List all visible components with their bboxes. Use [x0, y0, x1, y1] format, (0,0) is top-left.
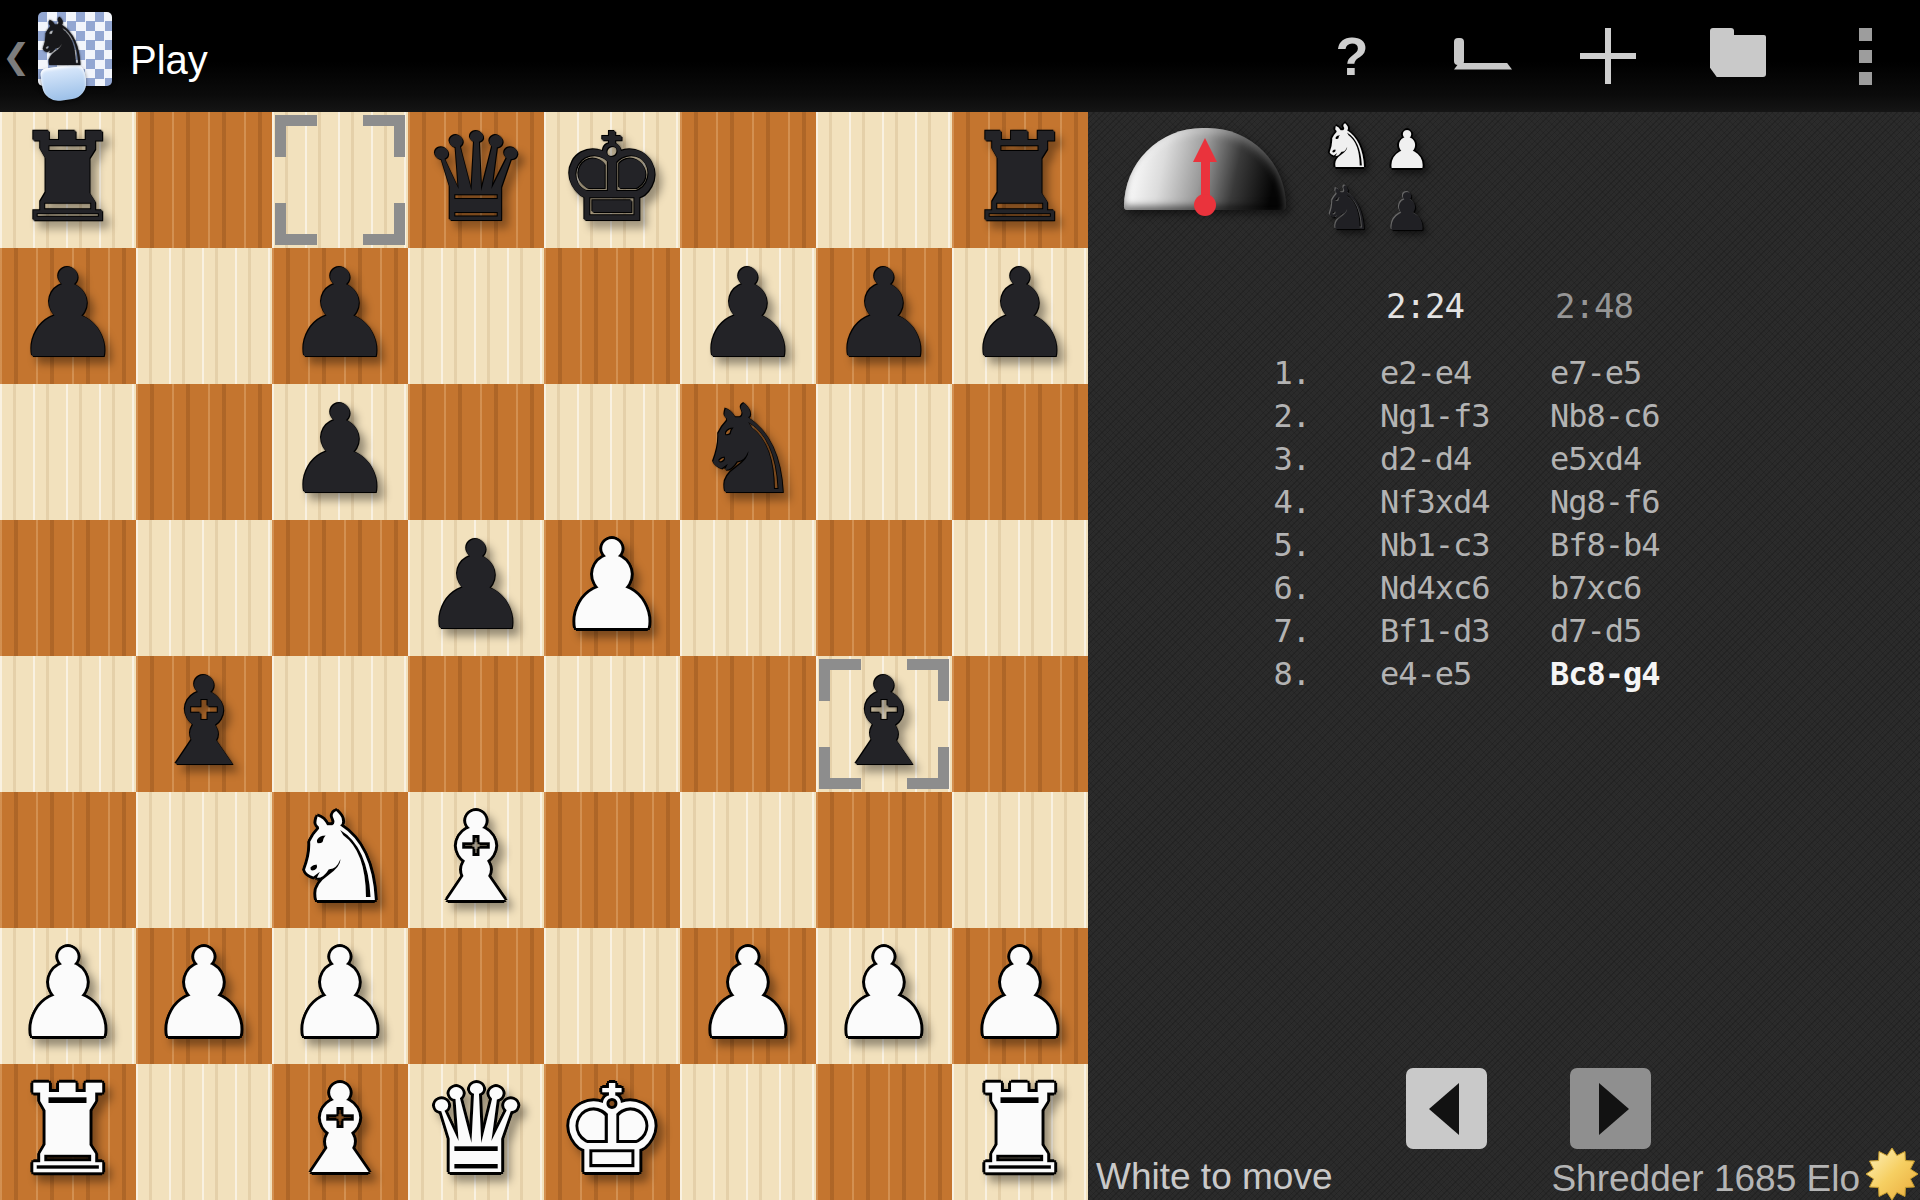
square-f2[interactable]: ♟ [680, 928, 816, 1064]
plus-icon [1580, 28, 1636, 84]
engine-strength-icon [1866, 1148, 1918, 1200]
square-a7[interactable]: ♟ [0, 248, 136, 384]
black-move: d7-d5 [1550, 610, 1641, 653]
move-row: 6.Nd4xc6b7xc6 [1088, 567, 1848, 610]
black-move: Bf8-b4 [1550, 524, 1660, 567]
square-f3[interactable] [680, 792, 816, 928]
move-number: 1. [1088, 352, 1310, 395]
piece-black-bishop: ♝ [136, 656, 272, 792]
square-g3[interactable] [816, 792, 952, 928]
help-icon: ? [1336, 25, 1369, 87]
move-row: 8.e4-e5Bc8-g4 [1088, 653, 1848, 696]
piece-black-pawn: ♟ [408, 520, 544, 656]
square-h1[interactable]: ♜ [952, 1064, 1088, 1200]
square-c3[interactable]: ♞ [272, 792, 408, 928]
square-e8[interactable]: ♚ [544, 112, 680, 248]
square-g1[interactable] [816, 1064, 952, 1200]
square-a2[interactable]: ♟ [0, 928, 136, 1064]
piece-white-queen: ♛ [408, 1064, 544, 1200]
square-f8[interactable] [680, 112, 816, 248]
square-h3[interactable] [952, 792, 1088, 928]
square-g7[interactable]: ♟ [816, 248, 952, 384]
piece-black-pawn: ♟ [272, 248, 408, 384]
piece-white-bishop: ♝ [408, 792, 544, 928]
square-f1[interactable] [680, 1064, 816, 1200]
selection-marker-c8 [275, 115, 405, 245]
move-number: 2. [1088, 395, 1310, 438]
selection-marker-g4 [819, 659, 949, 789]
page-title: Play [130, 38, 208, 83]
square-c5[interactable] [272, 520, 408, 656]
black-move: Nb8-c6 [1550, 395, 1660, 438]
move-number: 4. [1088, 481, 1310, 524]
white-move: Nd4xc6 [1380, 567, 1490, 610]
folder-icon [1710, 35, 1766, 77]
piece-white-pawn: ♟ [680, 928, 816, 1064]
square-g2[interactable]: ♟ [816, 928, 952, 1064]
black-move: e7-e5 [1550, 352, 1641, 395]
board-icon [1454, 43, 1502, 70]
square-h7[interactable]: ♟ [952, 248, 1088, 384]
square-a3[interactable] [0, 792, 136, 928]
square-f4[interactable] [680, 656, 816, 792]
load-game-button[interactable] [1683, 0, 1793, 112]
square-d4[interactable] [408, 656, 544, 792]
white-move: Nf3xd4 [1380, 481, 1490, 524]
square-h8[interactable]: ♜ [952, 112, 1088, 248]
white-move: d2-d4 [1380, 438, 1471, 481]
move-number: 7. [1088, 610, 1310, 653]
piece-black-knight: ♞ [680, 384, 816, 520]
captured-black-knight: ♞ [1320, 178, 1374, 238]
square-c7[interactable]: ♟ [272, 248, 408, 384]
square-e5[interactable]: ♟ [544, 520, 680, 656]
square-d7[interactable] [408, 248, 544, 384]
square-b6[interactable] [136, 384, 272, 520]
app-screen: ❮ ♞ Play ? ♜♛♚♜♟♟♟♟♟♟♞♟♟♝♝♞♝♟♟♟♟♟♟♜♝♛♚♜ [0, 0, 1920, 1200]
square-c4[interactable] [272, 656, 408, 792]
board-button[interactable] [1423, 0, 1533, 112]
square-b5[interactable] [136, 520, 272, 656]
square-e2[interactable] [544, 928, 680, 1064]
piece-white-pawn: ♟ [544, 520, 680, 656]
piece-black-rook: ♜ [0, 112, 136, 248]
move-row: 5.Nb1-c3Bf8-b4 [1088, 524, 1848, 567]
captured-black-pawn: ♟ [1384, 186, 1431, 238]
piece-white-pawn: ♟ [0, 928, 136, 1064]
square-e4[interactable] [544, 656, 680, 792]
white-move: Ng1-f3 [1380, 395, 1490, 438]
square-d2[interactable] [408, 928, 544, 1064]
square-d6[interactable] [408, 384, 544, 520]
square-c8[interactable] [272, 112, 408, 248]
engine-label: Shredder 1685 Elo [1551, 1158, 1860, 1200]
piece-black-pawn: ♟ [680, 248, 816, 384]
overflow-icon [1859, 28, 1872, 85]
new-game-button[interactable] [1553, 0, 1663, 112]
square-b7[interactable] [136, 248, 272, 384]
square-b8[interactable] [136, 112, 272, 248]
piece-black-pawn: ♟ [0, 248, 136, 384]
right-arrow-icon [1599, 1083, 1629, 1135]
square-d5[interactable]: ♟ [408, 520, 544, 656]
square-g5[interactable] [816, 520, 952, 656]
move-row: 2.Ng1-f3Nb8-c6 [1088, 395, 1848, 438]
piece-black-pawn: ♟ [816, 248, 952, 384]
square-g4[interactable]: ♝ [816, 656, 952, 792]
help-button[interactable]: ? [1297, 0, 1407, 112]
piece-black-queen: ♛ [408, 112, 544, 248]
chess-board: ♜♛♚♜♟♟♟♟♟♟♞♟♟♝♝♞♝♟♟♟♟♟♟♜♝♛♚♜ [0, 112, 1088, 1200]
app-icon[interactable]: ♞ [34, 8, 116, 102]
square-h6[interactable] [952, 384, 1088, 520]
move-row: 4.Nf3xd4Ng8-f6 [1088, 481, 1848, 524]
left-arrow-icon [1429, 1083, 1459, 1135]
black-move: b7xc6 [1550, 567, 1641, 610]
piece-white-pawn: ♟ [136, 928, 272, 1064]
status-text: White to move [1096, 1156, 1332, 1198]
square-f5[interactable] [680, 520, 816, 656]
square-c1[interactable]: ♝ [272, 1064, 408, 1200]
square-g6[interactable] [816, 384, 952, 520]
white-move: Bf1-d3 [1380, 610, 1490, 653]
square-c6[interactable]: ♟ [272, 384, 408, 520]
captured-row: ♞♟ [1320, 114, 1430, 176]
move-number: 5. [1088, 524, 1310, 567]
square-f6[interactable]: ♞ [680, 384, 816, 520]
previous-move-button[interactable] [1406, 1068, 1487, 1149]
back-icon[interactable]: ❮ [2, 34, 31, 78]
square-e3[interactable] [544, 792, 680, 928]
square-h5[interactable] [952, 520, 1088, 656]
square-g8[interactable] [816, 112, 952, 248]
square-e6[interactable] [544, 384, 680, 520]
black-clock: 2:48 [1514, 286, 1674, 326]
move-number: 3. [1088, 438, 1310, 481]
square-h4[interactable] [952, 656, 1088, 792]
evaluation-needle-icon [1192, 132, 1218, 216]
square-a4[interactable] [0, 656, 136, 792]
square-a8[interactable]: ♜ [0, 112, 136, 248]
square-a5[interactable] [0, 520, 136, 656]
square-a6[interactable] [0, 384, 136, 520]
piece-white-rook: ♜ [0, 1064, 136, 1200]
square-e7[interactable] [544, 248, 680, 384]
evaluation-gauge [1124, 128, 1286, 210]
white-move: Nb1-c3 [1380, 524, 1490, 567]
action-bar: ❮ ♞ Play ? [0, 0, 1920, 112]
black-move: e5xd4 [1550, 438, 1641, 481]
side-panel: ♞♟♞♟ 2:24 2:48 1.e2-e4e7-e52.Ng1-f3Nb8-c… [1088, 112, 1920, 1200]
square-b3[interactable] [136, 792, 272, 928]
piece-white-bishop: ♝ [272, 1064, 408, 1200]
square-d3[interactable]: ♝ [408, 792, 544, 928]
square-e1[interactable]: ♚ [544, 1064, 680, 1200]
piece-white-pawn: ♟ [272, 928, 408, 1064]
piece-black-pawn: ♟ [952, 248, 1088, 384]
square-a1[interactable]: ♜ [0, 1064, 136, 1200]
piece-black-pawn: ♟ [272, 384, 408, 520]
captured-pieces: ♞♟♞♟ [1320, 114, 1430, 238]
white-move: e4-e5 [1380, 653, 1471, 696]
square-d8[interactable]: ♛ [408, 112, 544, 248]
overflow-menu-button[interactable] [1820, 0, 1910, 112]
square-b1[interactable] [136, 1064, 272, 1200]
black-move: Bc8-g4 [1550, 653, 1660, 696]
next-move-button[interactable] [1570, 1068, 1651, 1149]
piece-black-king: ♚ [544, 112, 680, 248]
piece-white-pawn: ♟ [952, 928, 1088, 1064]
piece-white-pawn: ♟ [816, 928, 952, 1064]
square-c2[interactable]: ♟ [272, 928, 408, 1064]
square-b4[interactable]: ♝ [136, 656, 272, 792]
white-move: e2-e4 [1380, 352, 1471, 395]
captured-white-knight: ♞ [1320, 116, 1374, 176]
black-move: Ng8-f6 [1550, 481, 1660, 524]
move-row: 7.Bf1-d3d7-d5 [1088, 610, 1848, 653]
app-icon-knight: ♞ [32, 10, 91, 76]
move-row: 1.e2-e4e7-e5 [1088, 352, 1848, 395]
captured-white-pawn: ♟ [1384, 124, 1431, 176]
move-number: 8. [1088, 653, 1310, 696]
white-clock: 2:24 [1345, 286, 1505, 326]
piece-white-rook: ♜ [952, 1064, 1088, 1200]
move-row: 3.d2-d4e5xd4 [1088, 438, 1848, 481]
square-d1[interactable]: ♛ [408, 1064, 544, 1200]
square-h2[interactable]: ♟ [952, 928, 1088, 1064]
move-number: 6. [1088, 567, 1310, 610]
captured-row: ♞♟ [1320, 176, 1430, 238]
square-f7[interactable]: ♟ [680, 248, 816, 384]
square-b2[interactable]: ♟ [136, 928, 272, 1064]
piece-white-knight: ♞ [272, 792, 408, 928]
piece-black-rook: ♜ [952, 112, 1088, 248]
piece-white-king: ♚ [544, 1064, 680, 1200]
move-list: 1.e2-e4e7-e52.Ng1-f3Nb8-c63.d2-d4e5xd44.… [1088, 352, 1848, 696]
